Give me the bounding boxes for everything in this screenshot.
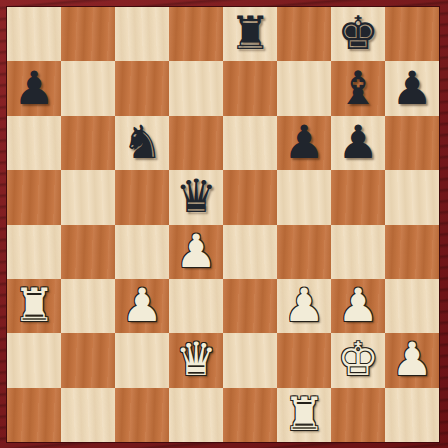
square-a7[interactable]: ♟ [7,61,61,115]
square-g2[interactable]: ♚ [331,333,385,387]
square-e7[interactable] [223,61,277,115]
square-b7[interactable] [61,61,115,115]
square-e5[interactable] [223,170,277,224]
square-e2[interactable] [223,333,277,387]
black-pawn[interactable]: ♟ [337,119,378,165]
black-rook[interactable]: ♜ [229,10,270,56]
white-king[interactable]: ♚ [337,336,378,382]
square-b3[interactable] [61,279,115,333]
square-c6[interactable]: ♞ [115,116,169,170]
square-a8[interactable] [7,7,61,61]
square-a5[interactable] [7,170,61,224]
square-e3[interactable] [223,279,277,333]
chess-board: ♜♚♟♝♟♞♟♟♛♟♜♟♟♟♛♚♟♜ [7,7,439,442]
square-h3[interactable] [385,279,439,333]
square-e4[interactable] [223,225,277,279]
square-a6[interactable] [7,116,61,170]
square-h1[interactable] [385,388,439,442]
square-d1[interactable] [169,388,223,442]
square-g3[interactable]: ♟ [331,279,385,333]
square-b5[interactable] [61,170,115,224]
white-pawn[interactable]: ♟ [283,282,324,328]
square-f5[interactable] [277,170,331,224]
square-d3[interactable] [169,279,223,333]
black-pawn[interactable]: ♟ [283,119,324,165]
square-h5[interactable] [385,170,439,224]
white-pawn[interactable]: ♟ [391,336,432,382]
square-h4[interactable] [385,225,439,279]
square-c8[interactable] [115,7,169,61]
square-a2[interactable] [7,333,61,387]
square-f4[interactable] [277,225,331,279]
square-e8[interactable]: ♜ [223,7,277,61]
board-frame: ♜♚♟♝♟♞♟♟♛♟♜♟♟♟♛♚♟♜ [0,0,448,448]
square-d8[interactable] [169,7,223,61]
square-b6[interactable] [61,116,115,170]
square-g7[interactable]: ♝ [331,61,385,115]
square-h2[interactable]: ♟ [385,333,439,387]
black-queen[interactable]: ♛ [175,173,216,219]
square-g6[interactable]: ♟ [331,116,385,170]
white-pawn[interactable]: ♟ [175,228,216,274]
square-f7[interactable] [277,61,331,115]
square-d5[interactable]: ♛ [169,170,223,224]
square-b8[interactable] [61,7,115,61]
square-c4[interactable] [115,225,169,279]
square-d7[interactable] [169,61,223,115]
square-d2[interactable]: ♛ [169,333,223,387]
white-rook[interactable]: ♜ [13,282,54,328]
square-c2[interactable] [115,333,169,387]
square-c1[interactable] [115,388,169,442]
square-a3[interactable]: ♜ [7,279,61,333]
black-king[interactable]: ♚ [337,10,378,56]
square-g8[interactable]: ♚ [331,7,385,61]
square-c5[interactable] [115,170,169,224]
square-b2[interactable] [61,333,115,387]
square-e1[interactable] [223,388,277,442]
black-knight[interactable]: ♞ [121,119,162,165]
square-c7[interactable] [115,61,169,115]
square-g1[interactable] [331,388,385,442]
white-pawn[interactable]: ♟ [337,282,378,328]
white-rook[interactable]: ♜ [283,391,324,437]
square-d4[interactable]: ♟ [169,225,223,279]
square-h8[interactable] [385,7,439,61]
square-e6[interactable] [223,116,277,170]
square-f3[interactable]: ♟ [277,279,331,333]
square-a4[interactable] [7,225,61,279]
black-pawn[interactable]: ♟ [13,65,54,111]
square-b1[interactable] [61,388,115,442]
square-g5[interactable] [331,170,385,224]
white-pawn[interactable]: ♟ [121,282,162,328]
square-c3[interactable]: ♟ [115,279,169,333]
square-a1[interactable] [7,388,61,442]
square-f2[interactable] [277,333,331,387]
black-pawn[interactable]: ♟ [391,65,432,111]
white-queen[interactable]: ♛ [175,336,216,382]
square-d6[interactable] [169,116,223,170]
square-b4[interactable] [61,225,115,279]
square-f6[interactable]: ♟ [277,116,331,170]
square-h6[interactable] [385,116,439,170]
black-bishop[interactable]: ♝ [337,65,378,111]
square-f8[interactable] [277,7,331,61]
square-g4[interactable] [331,225,385,279]
square-h7[interactable]: ♟ [385,61,439,115]
square-f1[interactable]: ♜ [277,388,331,442]
